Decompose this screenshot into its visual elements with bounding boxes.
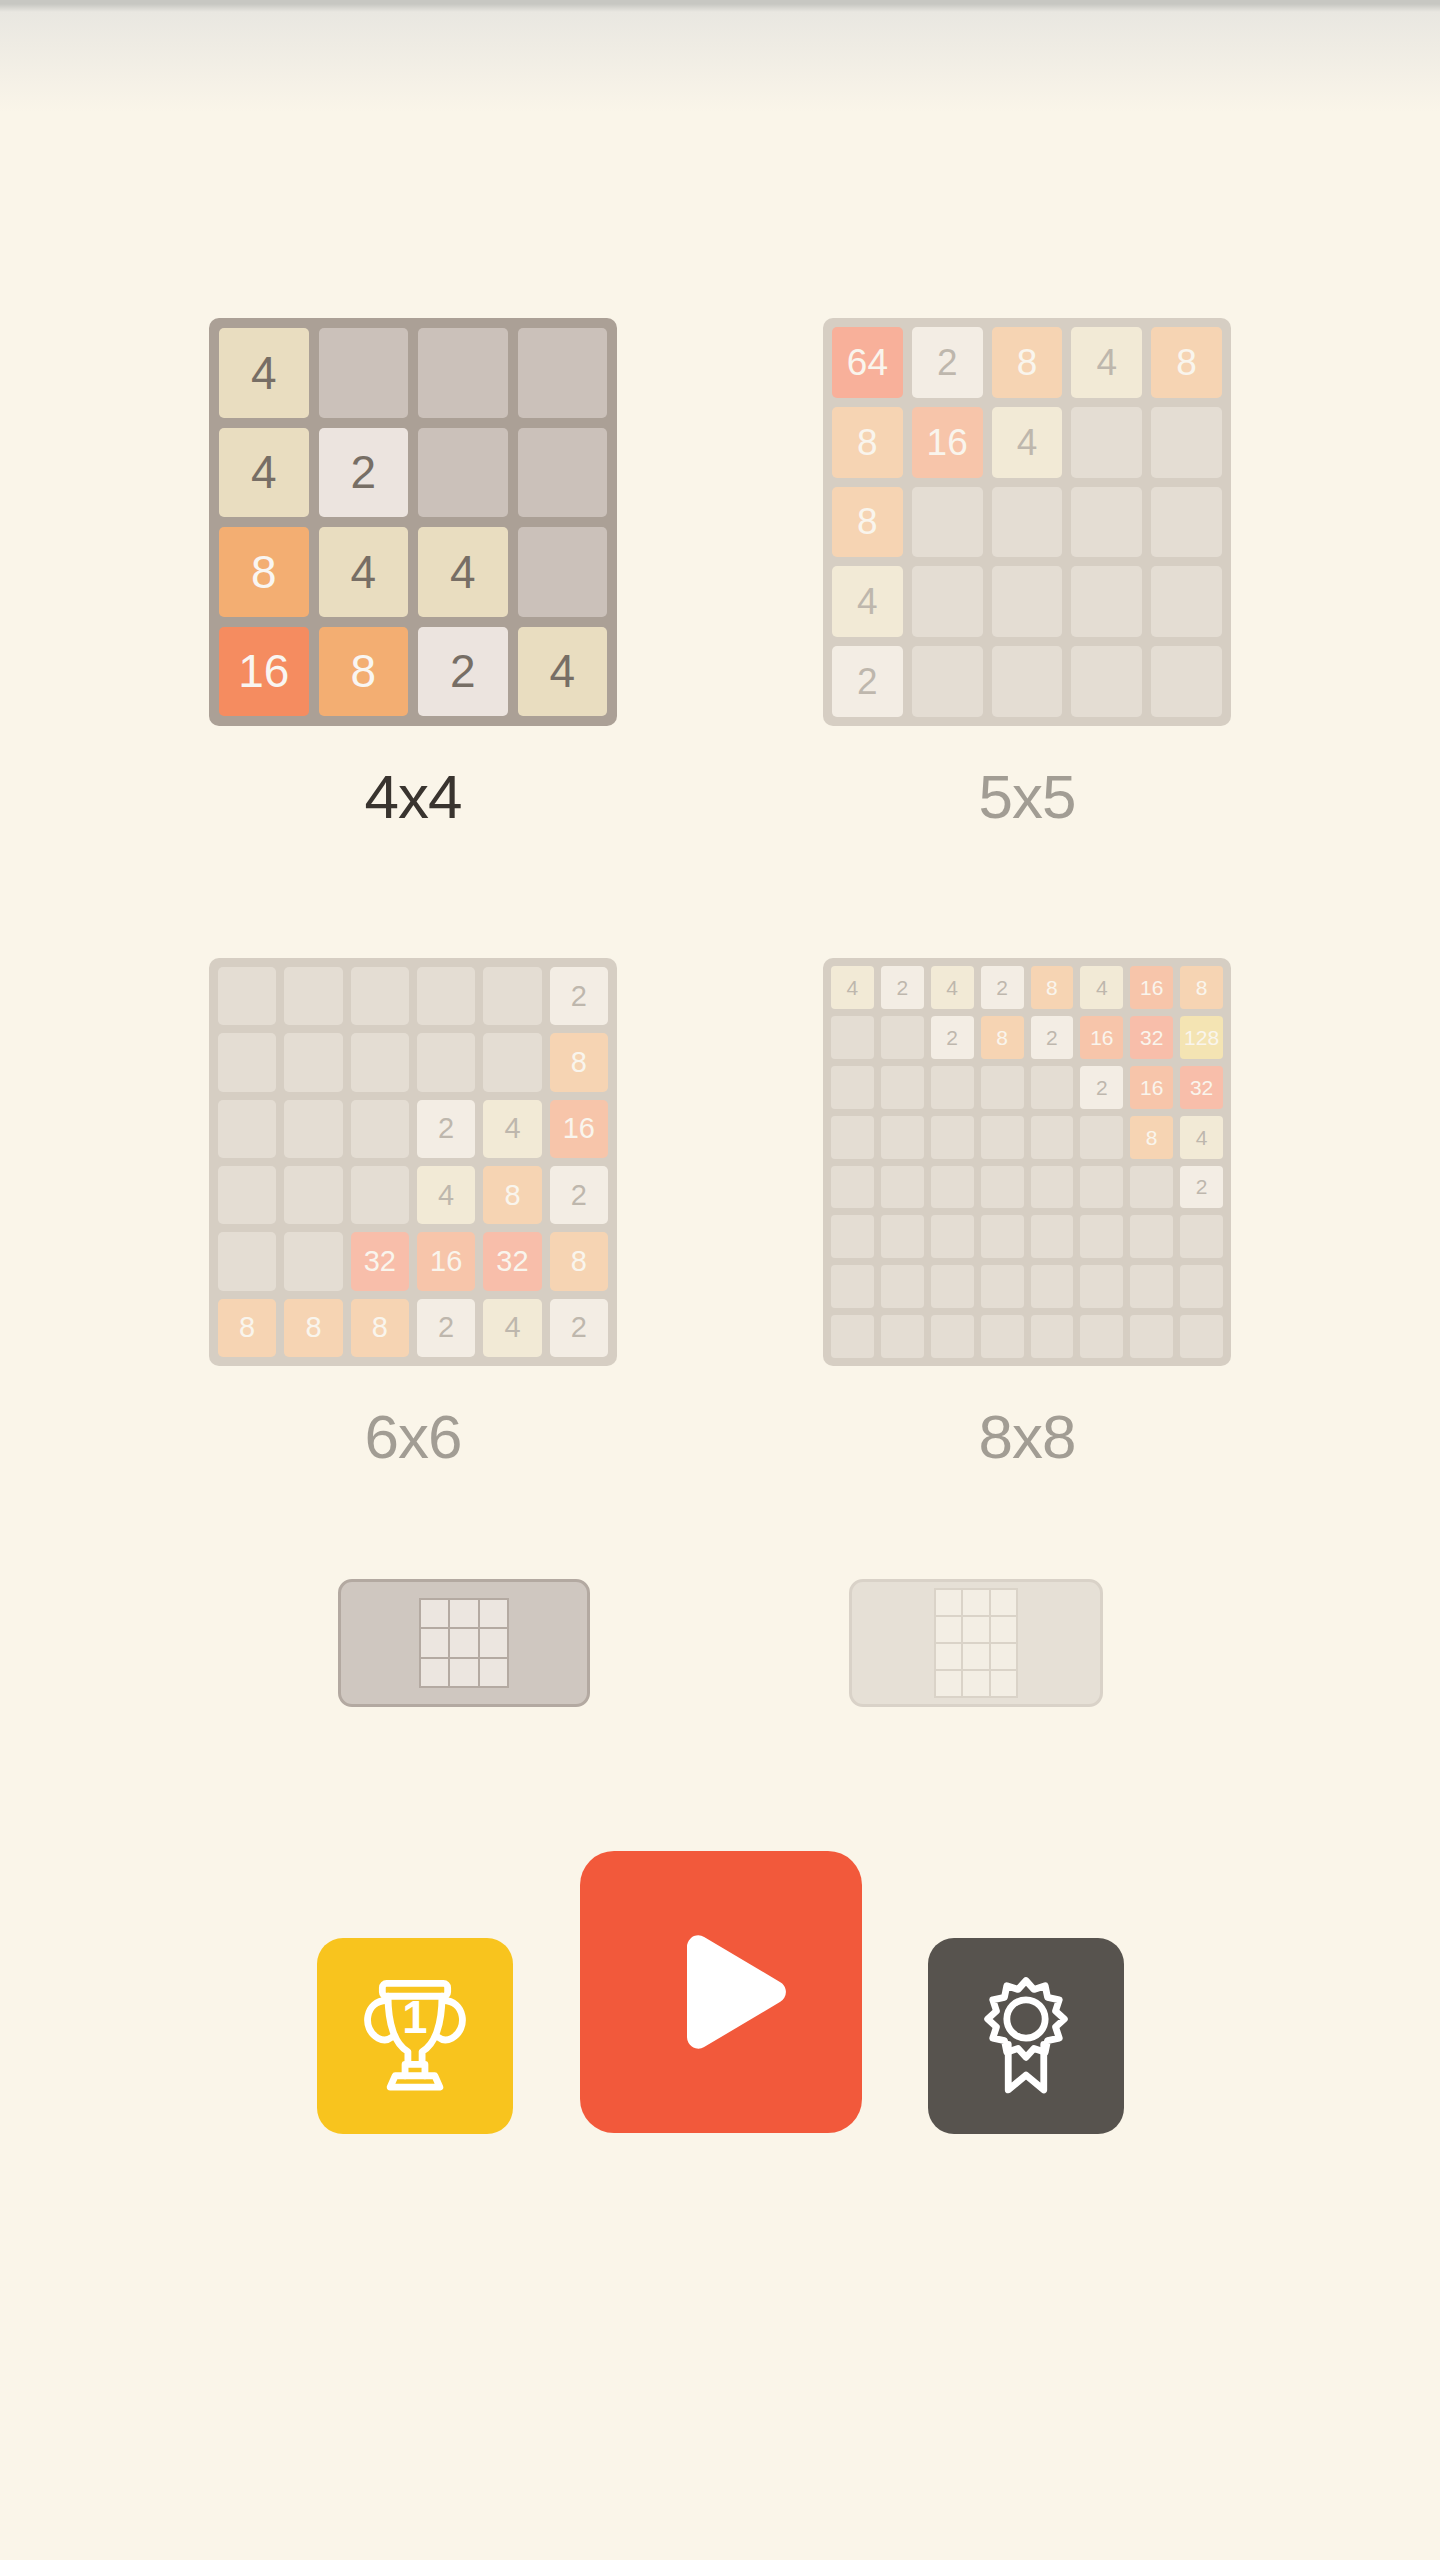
empty-cell bbox=[831, 1265, 874, 1308]
tile-2: 2 bbox=[881, 966, 924, 1009]
empty-cell bbox=[1080, 1116, 1123, 1159]
grid-icon-cell bbox=[936, 1590, 961, 1615]
grid-icon-cell bbox=[936, 1671, 961, 1696]
empty-cell bbox=[417, 1033, 475, 1091]
empty-cell bbox=[218, 967, 276, 1025]
empty-cell bbox=[1130, 1166, 1173, 1209]
board-6x6[interactable]: 2824164823216328888242 bbox=[209, 958, 617, 1366]
grid-icon-cell bbox=[450, 1629, 477, 1656]
empty-cell bbox=[284, 1232, 342, 1290]
play-button[interactable] bbox=[580, 1851, 862, 2133]
grid-icon-cell bbox=[991, 1671, 1016, 1696]
tile-8: 8 bbox=[550, 1033, 608, 1091]
mode-section-6x6: 2824164823216328888242 6x6 bbox=[209, 958, 617, 1468]
empty-cell bbox=[518, 527, 608, 617]
empty-cell bbox=[831, 1215, 874, 1258]
tile-2: 2 bbox=[912, 327, 983, 398]
tile-4: 4 bbox=[319, 527, 409, 617]
grid-icon-cell bbox=[480, 1600, 507, 1627]
grid-icon-cell bbox=[421, 1659, 448, 1686]
board-8x8[interactable]: 424284168282163212821632842 bbox=[823, 958, 1231, 1366]
tile-4: 4 bbox=[483, 1100, 541, 1158]
empty-cell bbox=[831, 1315, 874, 1358]
status-bar-shade bbox=[0, 0, 1440, 112]
empty-cell bbox=[881, 1166, 924, 1209]
tile-2: 2 bbox=[1080, 1066, 1123, 1109]
empty-cell bbox=[1130, 1215, 1173, 1258]
grid-icon-cell bbox=[450, 1659, 477, 1686]
empty-cell bbox=[351, 1100, 409, 1158]
grid-icon-cell bbox=[421, 1600, 448, 1627]
tile-16: 16 bbox=[912, 407, 983, 478]
empty-cell bbox=[351, 1166, 409, 1224]
tile-8: 8 bbox=[550, 1232, 608, 1290]
empty-cell bbox=[1071, 487, 1142, 558]
tile-16: 16 bbox=[1130, 1066, 1173, 1109]
empty-cell bbox=[1130, 1265, 1173, 1308]
tile-4: 4 bbox=[1180, 1116, 1223, 1159]
tile-8: 8 bbox=[1151, 327, 1222, 398]
empty-cell bbox=[218, 1100, 276, 1158]
empty-cell bbox=[1071, 646, 1142, 717]
empty-cell bbox=[831, 1066, 874, 1109]
grid-icon-cell bbox=[936, 1617, 961, 1642]
empty-cell bbox=[1031, 1066, 1074, 1109]
mode-section-8x8: 424284168282163212821632842 8x8 bbox=[823, 958, 1231, 1468]
empty-cell bbox=[881, 1016, 924, 1059]
tile-4: 4 bbox=[219, 428, 309, 518]
portrait-grid-icon bbox=[934, 1588, 1018, 1698]
tile-2: 2 bbox=[550, 967, 608, 1025]
empty-cell bbox=[319, 328, 409, 418]
empty-cell bbox=[1180, 1265, 1223, 1308]
empty-cell bbox=[992, 487, 1063, 558]
empty-cell bbox=[931, 1116, 974, 1159]
tile-8: 8 bbox=[483, 1166, 541, 1224]
grid-icon-cell bbox=[991, 1617, 1016, 1642]
board-5x5[interactable]: 6428488164842 bbox=[823, 318, 1231, 726]
empty-cell bbox=[284, 967, 342, 1025]
tile-2: 2 bbox=[1031, 1016, 1074, 1059]
tile-2: 2 bbox=[832, 646, 903, 717]
tile-8: 8 bbox=[218, 1299, 276, 1357]
leaderboard-button[interactable]: 1 bbox=[317, 1938, 513, 2134]
mode-section-4x4: 44284416824 4x4 bbox=[209, 318, 617, 828]
empty-cell bbox=[518, 328, 608, 418]
tile-4: 4 bbox=[832, 566, 903, 637]
tile-16: 16 bbox=[417, 1232, 475, 1290]
empty-cell bbox=[881, 1265, 924, 1308]
empty-cell bbox=[881, 1066, 924, 1109]
empty-cell bbox=[218, 1033, 276, 1091]
tile-4: 4 bbox=[1080, 966, 1123, 1009]
tile-32: 32 bbox=[1130, 1016, 1173, 1059]
grid-icon-cell bbox=[963, 1671, 988, 1696]
empty-cell bbox=[1071, 407, 1142, 478]
mode-section-5x5: 6428488164842 5x5 bbox=[823, 318, 1231, 828]
rosette-ribbon-icon bbox=[955, 1965, 1097, 2107]
tile-8: 8 bbox=[1130, 1116, 1173, 1159]
empty-cell bbox=[1031, 1166, 1074, 1209]
tile-8: 8 bbox=[832, 487, 903, 558]
empty-cell bbox=[418, 428, 508, 518]
tile-8: 8 bbox=[1031, 966, 1074, 1009]
tile-16: 16 bbox=[550, 1100, 608, 1158]
empty-cell bbox=[1080, 1315, 1123, 1358]
tile-2: 2 bbox=[1180, 1166, 1223, 1209]
empty-cell bbox=[881, 1215, 924, 1258]
trophy-icon: 1 bbox=[344, 1965, 486, 2107]
empty-cell bbox=[981, 1166, 1024, 1209]
empty-cell bbox=[1130, 1315, 1173, 1358]
tile-4: 4 bbox=[417, 1166, 475, 1224]
empty-cell bbox=[981, 1265, 1024, 1308]
grid-icon-cell bbox=[480, 1659, 507, 1686]
grid-icon-cell bbox=[421, 1629, 448, 1656]
mode-8x8-label: 8x8 bbox=[823, 1406, 1231, 1468]
empty-cell bbox=[981, 1315, 1024, 1358]
empty-cell bbox=[931, 1215, 974, 1258]
tile-32: 32 bbox=[351, 1232, 409, 1290]
tile-16: 16 bbox=[1080, 1016, 1123, 1059]
mode-6x6-label: 6x6 bbox=[209, 1406, 617, 1468]
empty-cell bbox=[351, 967, 409, 1025]
tile-2: 2 bbox=[319, 428, 409, 518]
tile-2: 2 bbox=[550, 1299, 608, 1357]
tile-4: 4 bbox=[992, 407, 1063, 478]
empty-cell bbox=[831, 1166, 874, 1209]
empty-cell bbox=[1031, 1215, 1074, 1258]
empty-cell bbox=[881, 1315, 924, 1358]
grid-icon-cell bbox=[991, 1644, 1016, 1669]
leaderboard-rank-badge: 1 bbox=[402, 1992, 427, 2043]
mode-4x4-label: 4x4 bbox=[209, 766, 617, 828]
tile-4: 4 bbox=[1071, 327, 1142, 398]
empty-cell bbox=[483, 1033, 541, 1091]
mode-5x5-label: 5x5 bbox=[823, 766, 1231, 828]
tile-8: 8 bbox=[832, 407, 903, 478]
empty-cell bbox=[912, 566, 983, 637]
empty-cell bbox=[1080, 1265, 1123, 1308]
empty-cell bbox=[931, 1066, 974, 1109]
grid-icon-cell bbox=[963, 1590, 988, 1615]
empty-cell bbox=[1151, 487, 1222, 558]
empty-cell bbox=[981, 1116, 1024, 1159]
play-icon bbox=[618, 1889, 824, 2095]
tile-32: 32 bbox=[1180, 1066, 1223, 1109]
empty-cell bbox=[418, 328, 508, 418]
empty-cell bbox=[284, 1166, 342, 1224]
empty-cell bbox=[931, 1265, 974, 1308]
grid-icon-cell bbox=[991, 1590, 1016, 1615]
empty-cell bbox=[1071, 566, 1142, 637]
grid-icon-cell bbox=[963, 1617, 988, 1642]
grid-icon-cell bbox=[480, 1629, 507, 1656]
grid-icon-cell bbox=[963, 1644, 988, 1669]
empty-cell bbox=[831, 1116, 874, 1159]
grid-icon-cell bbox=[450, 1600, 477, 1627]
tile-16: 16 bbox=[1130, 966, 1173, 1009]
tile-2: 2 bbox=[550, 1166, 608, 1224]
board-shape-square-button[interactable] bbox=[338, 1579, 590, 1707]
empty-cell bbox=[881, 1116, 924, 1159]
tile-8: 8 bbox=[284, 1299, 342, 1357]
empty-cell bbox=[284, 1033, 342, 1091]
tile-8: 8 bbox=[319, 627, 409, 717]
empty-cell bbox=[518, 428, 608, 518]
tile-4: 4 bbox=[831, 966, 874, 1009]
tile-2: 2 bbox=[931, 1016, 974, 1059]
board-4x4[interactable]: 44284416824 bbox=[209, 318, 617, 726]
empty-cell bbox=[1031, 1315, 1074, 1358]
empty-cell bbox=[981, 1066, 1024, 1109]
tile-8: 8 bbox=[992, 327, 1063, 398]
empty-cell bbox=[1151, 646, 1222, 717]
empty-cell bbox=[931, 1166, 974, 1209]
tile-4: 4 bbox=[418, 527, 508, 617]
empty-cell bbox=[284, 1100, 342, 1158]
tile-2: 2 bbox=[418, 627, 508, 717]
tile-4: 4 bbox=[518, 627, 608, 717]
tile-2: 2 bbox=[417, 1299, 475, 1357]
empty-cell bbox=[218, 1232, 276, 1290]
empty-cell bbox=[912, 646, 983, 717]
tile-32: 32 bbox=[483, 1232, 541, 1290]
empty-cell bbox=[931, 1315, 974, 1358]
empty-cell bbox=[483, 967, 541, 1025]
empty-cell bbox=[1080, 1215, 1123, 1258]
tile-2: 2 bbox=[417, 1100, 475, 1158]
tile-8: 8 bbox=[1180, 966, 1223, 1009]
tile-2: 2 bbox=[981, 966, 1024, 1009]
empty-cell bbox=[351, 1033, 409, 1091]
empty-cell bbox=[1151, 566, 1222, 637]
achievements-button[interactable] bbox=[928, 1938, 1124, 2134]
tile-64: 64 bbox=[832, 327, 903, 398]
empty-cell bbox=[1180, 1215, 1223, 1258]
empty-cell bbox=[1031, 1265, 1074, 1308]
tile-4: 4 bbox=[931, 966, 974, 1009]
empty-cell bbox=[1151, 407, 1222, 478]
empty-cell bbox=[912, 487, 983, 558]
tile-128: 128 bbox=[1180, 1016, 1223, 1059]
empty-cell bbox=[831, 1016, 874, 1059]
empty-cell bbox=[1080, 1166, 1123, 1209]
empty-cell bbox=[218, 1166, 276, 1224]
board-shape-portrait-button[interactable] bbox=[849, 1579, 1103, 1707]
empty-cell bbox=[981, 1215, 1024, 1258]
empty-cell bbox=[1031, 1116, 1074, 1159]
tile-8: 8 bbox=[981, 1016, 1024, 1059]
grid-icon-cell bbox=[936, 1644, 961, 1669]
empty-cell bbox=[417, 967, 475, 1025]
tile-8: 8 bbox=[219, 527, 309, 617]
empty-cell bbox=[1180, 1315, 1223, 1358]
mode-select-screen: 44284416824 4x4 6428488164842 5x5 282416… bbox=[0, 0, 1440, 2560]
tile-16: 16 bbox=[219, 627, 309, 717]
square-grid-icon bbox=[419, 1598, 509, 1688]
empty-cell bbox=[992, 646, 1063, 717]
empty-cell bbox=[992, 566, 1063, 637]
tile-4: 4 bbox=[219, 328, 309, 418]
tile-4: 4 bbox=[483, 1299, 541, 1357]
tile-8: 8 bbox=[351, 1299, 409, 1357]
